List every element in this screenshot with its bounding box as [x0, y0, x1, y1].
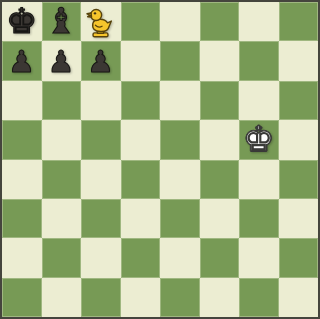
square-d5[interactable]: [121, 120, 161, 159]
square-e6[interactable]: [160, 81, 200, 120]
square-a1[interactable]: [2, 278, 42, 317]
piece-black-pawn[interactable]: ♟: [2, 40, 42, 81]
square-a7[interactable]: ♟: [2, 41, 42, 80]
piece-black-pawn[interactable]: ♟: [42, 40, 82, 81]
square-d3[interactable]: [121, 199, 161, 238]
piece-black-king[interactable]: ♚: [2, 2, 42, 41]
square-b6[interactable]: [42, 81, 82, 120]
square-e7[interactable]: [160, 41, 200, 80]
square-b7[interactable]: ♟: [42, 41, 82, 80]
square-g5[interactable]: ♚: [239, 120, 279, 159]
square-e8[interactable]: [160, 2, 200, 41]
piece-white-king[interactable]: ♚: [239, 120, 279, 159]
square-e1[interactable]: [160, 278, 200, 317]
square-f5[interactable]: [200, 120, 240, 159]
square-h5[interactable]: [279, 120, 319, 159]
piece-black-bishop[interactable]: ♝: [42, 2, 82, 41]
square-g7[interactable]: [239, 41, 279, 80]
square-d7[interactable]: [121, 41, 161, 80]
square-d6[interactable]: [121, 81, 161, 120]
square-c4[interactable]: [81, 160, 121, 199]
square-d4[interactable]: [121, 160, 161, 199]
square-a8[interactable]: ♚: [2, 2, 42, 41]
square-d1[interactable]: [121, 278, 161, 317]
square-f6[interactable]: [200, 81, 240, 120]
square-g6[interactable]: [239, 81, 279, 120]
square-a3[interactable]: [2, 199, 42, 238]
square-g1[interactable]: [239, 278, 279, 317]
square-g3[interactable]: [239, 199, 279, 238]
square-h7[interactable]: [279, 41, 319, 80]
square-h2[interactable]: [279, 238, 319, 277]
square-b2[interactable]: [42, 238, 82, 277]
square-b5[interactable]: [42, 120, 82, 159]
square-f3[interactable]: [200, 199, 240, 238]
square-c3[interactable]: [81, 199, 121, 238]
square-a5[interactable]: [2, 120, 42, 159]
square-g4[interactable]: [239, 160, 279, 199]
square-e5[interactable]: [160, 120, 200, 159]
square-c6[interactable]: [81, 81, 121, 120]
square-b8[interactable]: ♝: [42, 2, 82, 41]
square-f2[interactable]: [200, 238, 240, 277]
square-h1[interactable]: [279, 278, 319, 317]
square-b4[interactable]: [42, 160, 82, 199]
square-h3[interactable]: [279, 199, 319, 238]
square-e3[interactable]: [160, 199, 200, 238]
piece-black-pawn[interactable]: ♟: [81, 40, 121, 81]
square-e4[interactable]: [160, 160, 200, 199]
piece-duck[interactable]: [81, 2, 121, 41]
square-d8[interactable]: [121, 2, 161, 41]
square-b3[interactable]: [42, 199, 82, 238]
square-f1[interactable]: [200, 278, 240, 317]
square-d2[interactable]: [121, 238, 161, 277]
chess-board-frame: ♚♝♟♟♟♚: [0, 0, 320, 319]
square-a2[interactable]: [2, 238, 42, 277]
square-h8[interactable]: [279, 2, 319, 41]
square-a4[interactable]: [2, 160, 42, 199]
square-e2[interactable]: [160, 238, 200, 277]
square-g8[interactable]: [239, 2, 279, 41]
square-c8[interactable]: [81, 2, 121, 41]
square-a6[interactable]: [2, 81, 42, 120]
square-f8[interactable]: [200, 2, 240, 41]
chess-board: ♚♝♟♟♟♚: [2, 2, 318, 317]
square-c1[interactable]: [81, 278, 121, 317]
square-h4[interactable]: [279, 160, 319, 199]
square-f7[interactable]: [200, 41, 240, 80]
square-h6[interactable]: [279, 81, 319, 120]
square-c2[interactable]: [81, 238, 121, 277]
square-f4[interactable]: [200, 160, 240, 199]
square-g2[interactable]: [239, 238, 279, 277]
square-c7[interactable]: ♟: [81, 41, 121, 80]
square-b1[interactable]: [42, 278, 82, 317]
square-c5[interactable]: [81, 120, 121, 159]
